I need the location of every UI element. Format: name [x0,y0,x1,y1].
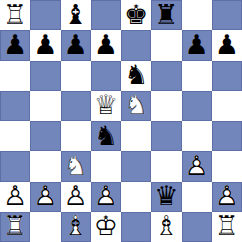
square-a3[interactable] [0,151,30,181]
square-h1[interactable]: ♜♖ [212,212,242,242]
piece-black-pawn-icon: ♟ [212,30,242,60]
square-a6[interactable] [0,61,30,91]
piece-white-knight-icon: ♞♘ [61,151,91,181]
piece-white-pawn-icon: ♟♙ [61,182,91,212]
chess-board: ♜♖♝♚♜♟♟♟♟♟♟♞♛♕♞♘♞♞♘♟♙♟♙♟♙♟♙♟♙♛♟♙♜♖♝♗♚♔♝♗… [0,0,242,242]
piece-white-bishop-icon: ♝♗ [151,212,181,242]
black-piece-glyph-layer: ♟ [61,30,91,60]
square-d8[interactable] [91,0,121,30]
white-piece-outline-layer: ♘ [121,91,151,121]
square-f7[interactable] [151,30,181,60]
square-e4[interactable] [121,121,151,151]
square-a2[interactable]: ♟♙ [0,182,30,212]
piece-white-rook-icon: ♜♖ [0,0,30,30]
white-piece-outline-layer: ♙ [30,182,60,212]
piece-black-pawn-icon: ♟ [30,30,60,60]
square-d3[interactable] [91,151,121,181]
square-g4[interactable] [182,121,212,151]
piece-white-pawn-icon: ♟♙ [30,182,60,212]
black-piece-glyph-layer: ♜ [151,0,181,30]
square-b4[interactable] [30,121,60,151]
black-piece-glyph-layer: ♟ [0,30,30,60]
piece-black-rook-icon: ♜ [151,0,181,30]
black-piece-glyph-layer: ♚ [121,0,151,30]
square-d1[interactable]: ♚♔ [91,212,121,242]
square-f5[interactable] [151,91,181,121]
square-h4[interactable] [212,121,242,151]
square-b5[interactable] [30,91,60,121]
piece-black-bishop-icon: ♝ [61,0,91,30]
piece-white-pawn-icon: ♟♙ [212,182,242,212]
piece-black-king-icon: ♚ [121,0,151,30]
square-g6[interactable] [182,61,212,91]
square-e7[interactable] [121,30,151,60]
piece-white-pawn-icon: ♟♙ [0,182,30,212]
square-g1[interactable] [182,212,212,242]
square-d7[interactable]: ♟ [91,30,121,60]
piece-black-queen-icon: ♛ [151,182,181,212]
square-a5[interactable] [0,91,30,121]
square-a4[interactable] [0,121,30,151]
square-a8[interactable]: ♜♖ [0,0,30,30]
white-piece-outline-layer: ♙ [61,182,91,212]
white-piece-outline-layer: ♗ [151,212,181,242]
square-d4[interactable]: ♞ [91,121,121,151]
square-b7[interactable]: ♟ [30,30,60,60]
black-piece-glyph-layer: ♛ [151,182,181,212]
square-h6[interactable] [212,61,242,91]
square-e8[interactable]: ♚ [121,0,151,30]
black-piece-glyph-layer: ♞ [121,61,151,91]
black-piece-glyph-layer: ♟ [30,30,60,60]
piece-white-pawn-icon: ♟♙ [91,182,121,212]
piece-white-king-icon: ♚♔ [91,212,121,242]
square-d6[interactable] [91,61,121,91]
white-piece-outline-layer: ♖ [0,212,30,242]
square-e6[interactable]: ♞ [121,61,151,91]
square-h8[interactable] [212,0,242,30]
square-b2[interactable]: ♟♙ [30,182,60,212]
square-h7[interactable]: ♟ [212,30,242,60]
square-c1[interactable]: ♝♗ [61,212,91,242]
piece-white-queen-icon: ♛♕ [91,91,121,121]
square-a7[interactable]: ♟ [0,30,30,60]
square-g8[interactable] [182,0,212,30]
piece-white-knight-icon: ♞♘ [121,91,151,121]
square-b6[interactable] [30,61,60,91]
square-h2[interactable]: ♟♙ [212,182,242,212]
piece-black-pawn-icon: ♟ [61,30,91,60]
piece-black-knight-icon: ♞ [121,61,151,91]
square-g5[interactable] [182,91,212,121]
piece-white-bishop-icon: ♝♗ [61,212,91,242]
piece-black-pawn-icon: ♟ [182,30,212,60]
square-b8[interactable] [30,0,60,30]
piece-black-knight-icon: ♞ [91,121,121,151]
black-piece-glyph-layer: ♝ [61,0,91,30]
square-f1[interactable]: ♝♗ [151,212,181,242]
square-c2[interactable]: ♟♙ [61,182,91,212]
square-h5[interactable] [212,91,242,121]
square-f8[interactable]: ♜ [151,0,181,30]
piece-white-pawn-icon: ♟♙ [182,151,212,181]
black-piece-glyph-layer: ♟ [182,30,212,60]
piece-white-rook-icon: ♜♖ [0,212,30,242]
square-g7[interactable]: ♟ [182,30,212,60]
white-piece-outline-layer: ♙ [0,182,30,212]
square-h3[interactable] [212,151,242,181]
square-a1[interactable]: ♜♖ [0,212,30,242]
white-piece-outline-layer: ♙ [182,151,212,181]
white-piece-outline-layer: ♘ [61,151,91,181]
square-d5[interactable]: ♛♕ [91,91,121,121]
square-e1[interactable] [121,212,151,242]
square-f3[interactable] [151,151,181,181]
white-piece-outline-layer: ♖ [0,0,30,30]
square-c7[interactable]: ♟ [61,30,91,60]
square-g2[interactable] [182,182,212,212]
square-e5[interactable]: ♞♘ [121,91,151,121]
square-c5[interactable] [61,91,91,121]
square-c3[interactable]: ♞♘ [61,151,91,181]
square-c6[interactable] [61,61,91,91]
square-b3[interactable] [30,151,60,181]
square-e2[interactable] [121,182,151,212]
white-piece-outline-layer: ♖ [212,212,242,242]
square-b1[interactable] [30,212,60,242]
white-piece-outline-layer: ♙ [91,182,121,212]
black-piece-glyph-layer: ♞ [91,121,121,151]
white-piece-outline-layer: ♕ [91,91,121,121]
square-f6[interactable] [151,61,181,91]
square-f2[interactable]: ♛ [151,182,181,212]
square-c4[interactable] [61,121,91,151]
white-piece-outline-layer: ♙ [212,182,242,212]
black-piece-glyph-layer: ♟ [91,30,121,60]
white-piece-outline-layer: ♔ [91,212,121,242]
piece-white-rook-icon: ♜♖ [212,212,242,242]
piece-black-pawn-icon: ♟ [91,30,121,60]
black-piece-glyph-layer: ♟ [212,30,242,60]
square-f4[interactable] [151,121,181,151]
square-c8[interactable]: ♝ [61,0,91,30]
square-e3[interactable] [121,151,151,181]
square-d2[interactable]: ♟♙ [91,182,121,212]
square-g3[interactable]: ♟♙ [182,151,212,181]
piece-black-pawn-icon: ♟ [0,30,30,60]
white-piece-outline-layer: ♗ [61,212,91,242]
